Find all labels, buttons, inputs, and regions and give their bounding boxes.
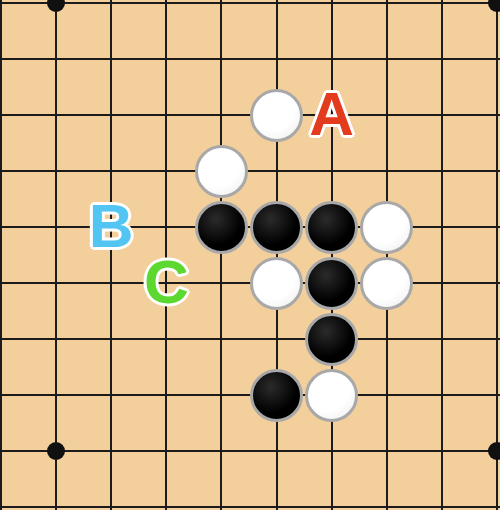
star-point [488,442,500,460]
move-option-A[interactable]: A [309,83,354,145]
star-point [47,442,65,460]
black-stone [305,201,358,254]
go-board[interactable]: ABC [0,0,500,510]
grid-line-horizontal [0,450,500,452]
grid-line-vertical [331,0,333,510]
white-stone [305,369,358,422]
grid-line-vertical [0,0,2,510]
black-stone [305,257,358,310]
white-stone [360,201,413,254]
star-point [47,0,65,12]
star-point [488,0,500,12]
move-option-B[interactable]: B [89,195,134,257]
grid-line-horizontal [0,2,500,4]
grid-line-horizontal [0,506,500,508]
grid-line-vertical [441,0,443,510]
white-stone [250,89,303,142]
move-option-C[interactable]: C [144,251,189,313]
grid-line-horizontal [0,338,500,340]
grid-line-vertical [220,0,222,510]
black-stone [195,201,248,254]
white-stone [360,257,413,310]
black-stone [250,201,303,254]
black-stone [250,369,303,422]
grid-line-vertical [276,0,278,510]
grid-line-vertical [496,0,498,510]
grid-line-vertical [386,0,388,510]
grid-line-vertical [55,0,57,510]
white-stone [250,257,303,310]
white-stone [195,145,248,198]
black-stone [305,313,358,366]
grid-line-horizontal [0,170,500,172]
grid-line-horizontal [0,58,500,60]
